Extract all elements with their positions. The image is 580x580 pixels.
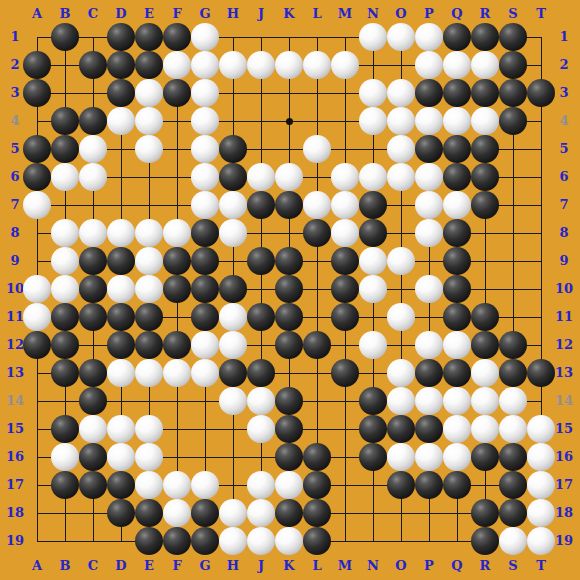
white-stone-E8 bbox=[135, 219, 163, 247]
black-stone-D9 bbox=[107, 247, 135, 275]
white-stone-R2 bbox=[471, 51, 499, 79]
coord-label-bottom: O bbox=[388, 558, 414, 574]
white-stone-Q16 bbox=[443, 443, 471, 471]
white-stone-F2 bbox=[163, 51, 191, 79]
black-stone-Q11 bbox=[443, 303, 471, 331]
coord-label-right: 12 bbox=[551, 337, 577, 353]
black-stone-C17 bbox=[79, 471, 107, 499]
white-stone-P10 bbox=[415, 275, 443, 303]
white-stone-F13 bbox=[163, 359, 191, 387]
white-stone-J6 bbox=[247, 163, 275, 191]
black-stone-R1 bbox=[471, 23, 499, 51]
white-stone-K6 bbox=[275, 163, 303, 191]
black-stone-A12 bbox=[23, 331, 51, 359]
coord-label-right: 7 bbox=[551, 197, 577, 213]
black-stone-L19 bbox=[303, 527, 331, 555]
coord-label-bottom: R bbox=[472, 558, 498, 574]
coord-label-left: 9 bbox=[2, 253, 28, 269]
black-stone-F10 bbox=[163, 275, 191, 303]
white-stone-E15 bbox=[135, 415, 163, 443]
white-stone-P2 bbox=[415, 51, 443, 79]
coord-label-right: 11 bbox=[551, 309, 577, 325]
black-stone-G10 bbox=[191, 275, 219, 303]
white-stone-F8 bbox=[163, 219, 191, 247]
coord-label-top: B bbox=[52, 6, 78, 22]
black-stone-B17 bbox=[51, 471, 79, 499]
black-stone-A2 bbox=[23, 51, 51, 79]
black-stone-D11 bbox=[107, 303, 135, 331]
star-point bbox=[286, 118, 293, 125]
black-stone-B11 bbox=[51, 303, 79, 331]
white-stone-P6 bbox=[415, 163, 443, 191]
coord-label-left: 1 bbox=[2, 29, 28, 45]
black-stone-G11 bbox=[191, 303, 219, 331]
white-stone-O1 bbox=[387, 23, 415, 51]
coord-label-top: L bbox=[304, 6, 330, 22]
black-stone-K18 bbox=[275, 499, 303, 527]
black-stone-H13 bbox=[219, 359, 247, 387]
black-stone-R19 bbox=[471, 527, 499, 555]
white-stone-A10 bbox=[23, 275, 51, 303]
white-stone-D16 bbox=[107, 443, 135, 471]
white-stone-O6 bbox=[387, 163, 415, 191]
black-stone-S17 bbox=[499, 471, 527, 499]
white-stone-T16 bbox=[527, 443, 555, 471]
white-stone-C8 bbox=[79, 219, 107, 247]
black-stone-L18 bbox=[303, 499, 331, 527]
white-stone-E10 bbox=[135, 275, 163, 303]
coord-label-bottom: T bbox=[528, 558, 554, 574]
white-stone-B9 bbox=[51, 247, 79, 275]
white-stone-G6 bbox=[191, 163, 219, 191]
coord-label-left: 19 bbox=[2, 533, 28, 549]
black-stone-M9 bbox=[331, 247, 359, 275]
white-stone-J19 bbox=[247, 527, 275, 555]
coord-label-top: A bbox=[24, 6, 50, 22]
black-stone-C13 bbox=[79, 359, 107, 387]
black-stone-G8 bbox=[191, 219, 219, 247]
black-stone-L17 bbox=[303, 471, 331, 499]
black-stone-L8 bbox=[303, 219, 331, 247]
black-stone-Q6 bbox=[443, 163, 471, 191]
black-stone-Q10 bbox=[443, 275, 471, 303]
white-stone-B6 bbox=[51, 163, 79, 191]
white-stone-E5 bbox=[135, 135, 163, 163]
white-stone-J17 bbox=[247, 471, 275, 499]
black-stone-C10 bbox=[79, 275, 107, 303]
black-stone-K12 bbox=[275, 331, 303, 359]
white-stone-D8 bbox=[107, 219, 135, 247]
white-stone-B10 bbox=[51, 275, 79, 303]
coord-label-top: H bbox=[220, 6, 246, 22]
coord-label-top: Q bbox=[444, 6, 470, 22]
coord-label-left: 8 bbox=[2, 225, 28, 241]
white-stone-Q2 bbox=[443, 51, 471, 79]
white-stone-B8 bbox=[51, 219, 79, 247]
black-stone-D17 bbox=[107, 471, 135, 499]
black-stone-K16 bbox=[275, 443, 303, 471]
white-stone-N4 bbox=[359, 107, 387, 135]
black-stone-G9 bbox=[191, 247, 219, 275]
black-stone-C14 bbox=[79, 387, 107, 415]
white-stone-E16 bbox=[135, 443, 163, 471]
grid-line-vertical bbox=[261, 37, 262, 542]
white-stone-P12 bbox=[415, 331, 443, 359]
black-stone-N8 bbox=[359, 219, 387, 247]
black-stone-A3 bbox=[23, 79, 51, 107]
black-stone-N15 bbox=[359, 415, 387, 443]
white-stone-G5 bbox=[191, 135, 219, 163]
black-stone-P13 bbox=[415, 359, 443, 387]
white-stone-O11 bbox=[387, 303, 415, 331]
white-stone-A11 bbox=[23, 303, 51, 331]
coord-label-left: 16 bbox=[2, 449, 28, 465]
white-stone-P1 bbox=[415, 23, 443, 51]
coord-label-top: N bbox=[360, 6, 386, 22]
black-stone-Q13 bbox=[443, 359, 471, 387]
black-stone-E1 bbox=[135, 23, 163, 51]
black-stone-Q1 bbox=[443, 23, 471, 51]
white-stone-N1 bbox=[359, 23, 387, 51]
black-stone-C16 bbox=[79, 443, 107, 471]
white-stone-C6 bbox=[79, 163, 107, 191]
black-stone-F9 bbox=[163, 247, 191, 275]
white-stone-Q7 bbox=[443, 191, 471, 219]
white-stone-C15 bbox=[79, 415, 107, 443]
coord-label-bottom: J bbox=[248, 558, 274, 574]
coord-label-left: 4 bbox=[2, 113, 28, 129]
coord-label-right: 9 bbox=[551, 253, 577, 269]
coord-label-bottom: N bbox=[360, 558, 386, 574]
black-stone-K9 bbox=[275, 247, 303, 275]
white-stone-K17 bbox=[275, 471, 303, 499]
coord-label-bottom: K bbox=[276, 558, 302, 574]
black-stone-F3 bbox=[163, 79, 191, 107]
black-stone-O15 bbox=[387, 415, 415, 443]
white-stone-L7 bbox=[303, 191, 331, 219]
black-stone-D1 bbox=[107, 23, 135, 51]
coord-label-left: 13 bbox=[2, 365, 28, 381]
coord-label-bottom: L bbox=[304, 558, 330, 574]
coord-label-bottom: F bbox=[164, 558, 190, 574]
black-stone-K14 bbox=[275, 387, 303, 415]
black-stone-K11 bbox=[275, 303, 303, 331]
coord-label-bottom: S bbox=[500, 558, 526, 574]
black-stone-S16 bbox=[499, 443, 527, 471]
black-stone-S18 bbox=[499, 499, 527, 527]
black-stone-D3 bbox=[107, 79, 135, 107]
white-stone-A7 bbox=[23, 191, 51, 219]
black-stone-P17 bbox=[415, 471, 443, 499]
white-stone-N3 bbox=[359, 79, 387, 107]
black-stone-Q8 bbox=[443, 219, 471, 247]
black-stone-J11 bbox=[247, 303, 275, 331]
black-stone-S13 bbox=[499, 359, 527, 387]
white-stone-G2 bbox=[191, 51, 219, 79]
coord-label-top: T bbox=[528, 6, 554, 22]
black-stone-N14 bbox=[359, 387, 387, 415]
black-stone-N16 bbox=[359, 443, 387, 471]
black-stone-L12 bbox=[303, 331, 331, 359]
black-stone-C11 bbox=[79, 303, 107, 331]
white-stone-O16 bbox=[387, 443, 415, 471]
black-stone-S4 bbox=[499, 107, 527, 135]
coord-label-right: 4 bbox=[551, 113, 577, 129]
coord-label-bottom: Q bbox=[444, 558, 470, 574]
white-stone-D4 bbox=[107, 107, 135, 135]
white-stone-Q12 bbox=[443, 331, 471, 359]
black-stone-T13 bbox=[527, 359, 555, 387]
white-stone-G13 bbox=[191, 359, 219, 387]
white-stone-C5 bbox=[79, 135, 107, 163]
coord-label-bottom: M bbox=[332, 558, 358, 574]
black-stone-R16 bbox=[471, 443, 499, 471]
black-stone-J9 bbox=[247, 247, 275, 275]
white-stone-P4 bbox=[415, 107, 443, 135]
white-stone-L5 bbox=[303, 135, 331, 163]
white-stone-D10 bbox=[107, 275, 135, 303]
coord-label-right: 6 bbox=[551, 169, 577, 185]
black-stone-H10 bbox=[219, 275, 247, 303]
white-stone-J18 bbox=[247, 499, 275, 527]
white-stone-G12 bbox=[191, 331, 219, 359]
coord-label-bottom: H bbox=[220, 558, 246, 574]
white-stone-Q4 bbox=[443, 107, 471, 135]
black-stone-S3 bbox=[499, 79, 527, 107]
coord-label-top: D bbox=[108, 6, 134, 22]
white-stone-S15 bbox=[499, 415, 527, 443]
white-stone-T17 bbox=[527, 471, 555, 499]
white-stone-H7 bbox=[219, 191, 247, 219]
black-stone-H6 bbox=[219, 163, 247, 191]
coord-label-right: 1 bbox=[551, 29, 577, 45]
white-stone-P16 bbox=[415, 443, 443, 471]
black-stone-R12 bbox=[471, 331, 499, 359]
coord-label-bottom: A bbox=[24, 558, 50, 574]
white-stone-E3 bbox=[135, 79, 163, 107]
black-stone-F19 bbox=[163, 527, 191, 555]
coord-label-bottom: E bbox=[136, 558, 162, 574]
black-stone-E12 bbox=[135, 331, 163, 359]
coord-label-right: 14 bbox=[551, 393, 577, 409]
white-stone-O9 bbox=[387, 247, 415, 275]
coord-label-left: 18 bbox=[2, 505, 28, 521]
black-stone-C4 bbox=[79, 107, 107, 135]
white-stone-G7 bbox=[191, 191, 219, 219]
coord-label-top: J bbox=[248, 6, 274, 22]
black-stone-R6 bbox=[471, 163, 499, 191]
white-stone-H14 bbox=[219, 387, 247, 415]
white-stone-M6 bbox=[331, 163, 359, 191]
coord-label-top: M bbox=[332, 6, 358, 22]
black-stone-O17 bbox=[387, 471, 415, 499]
white-stone-G17 bbox=[191, 471, 219, 499]
coord-label-bottom: C bbox=[80, 558, 106, 574]
white-stone-K19 bbox=[275, 527, 303, 555]
black-stone-S12 bbox=[499, 331, 527, 359]
black-stone-H5 bbox=[219, 135, 247, 163]
white-stone-F17 bbox=[163, 471, 191, 499]
black-stone-D18 bbox=[107, 499, 135, 527]
white-stone-E17 bbox=[135, 471, 163, 499]
white-stone-P7 bbox=[415, 191, 443, 219]
white-stone-M8 bbox=[331, 219, 359, 247]
white-stone-H12 bbox=[219, 331, 247, 359]
white-stone-O13 bbox=[387, 359, 415, 387]
white-stone-H18 bbox=[219, 499, 247, 527]
white-stone-O4 bbox=[387, 107, 415, 135]
black-stone-P5 bbox=[415, 135, 443, 163]
black-stone-K15 bbox=[275, 415, 303, 443]
coord-label-left: 14 bbox=[2, 393, 28, 409]
white-stone-D13 bbox=[107, 359, 135, 387]
coord-label-top: G bbox=[192, 6, 218, 22]
white-stone-G1 bbox=[191, 23, 219, 51]
white-stone-J14 bbox=[247, 387, 275, 415]
coord-label-bottom: B bbox=[52, 558, 78, 574]
black-stone-B5 bbox=[51, 135, 79, 163]
black-stone-J13 bbox=[247, 359, 275, 387]
black-stone-G18 bbox=[191, 499, 219, 527]
white-stone-B16 bbox=[51, 443, 79, 471]
black-stone-F12 bbox=[163, 331, 191, 359]
black-stone-P15 bbox=[415, 415, 443, 443]
white-stone-K2 bbox=[275, 51, 303, 79]
white-stone-N6 bbox=[359, 163, 387, 191]
coord-label-top: K bbox=[276, 6, 302, 22]
coord-label-right: 10 bbox=[551, 281, 577, 297]
black-stone-B4 bbox=[51, 107, 79, 135]
black-stone-R11 bbox=[471, 303, 499, 331]
white-stone-O14 bbox=[387, 387, 415, 415]
black-stone-P3 bbox=[415, 79, 443, 107]
black-stone-A5 bbox=[23, 135, 51, 163]
black-stone-B15 bbox=[51, 415, 79, 443]
white-stone-P8 bbox=[415, 219, 443, 247]
coord-label-left: 17 bbox=[2, 477, 28, 493]
coord-label-top: C bbox=[80, 6, 106, 22]
go-board[interactable]: AABBCCDDEEFFGGHHJJKKLLMMNNOOPPQQRRSSTT11… bbox=[0, 0, 580, 580]
coord-label-left: 15 bbox=[2, 421, 28, 437]
white-stone-E4 bbox=[135, 107, 163, 135]
black-stone-Q17 bbox=[443, 471, 471, 499]
black-stone-G19 bbox=[191, 527, 219, 555]
black-stone-M11 bbox=[331, 303, 359, 331]
coord-label-bottom: P bbox=[416, 558, 442, 574]
black-stone-E19 bbox=[135, 527, 163, 555]
black-stone-E2 bbox=[135, 51, 163, 79]
black-stone-F1 bbox=[163, 23, 191, 51]
white-stone-H19 bbox=[219, 527, 247, 555]
white-stone-R15 bbox=[471, 415, 499, 443]
black-stone-R18 bbox=[471, 499, 499, 527]
black-stone-R3 bbox=[471, 79, 499, 107]
white-stone-M7 bbox=[331, 191, 359, 219]
white-stone-H8 bbox=[219, 219, 247, 247]
coord-label-top: R bbox=[472, 6, 498, 22]
white-stone-Q14 bbox=[443, 387, 471, 415]
white-stone-N10 bbox=[359, 275, 387, 303]
white-stone-E13 bbox=[135, 359, 163, 387]
coord-label-bottom: D bbox=[108, 558, 134, 574]
white-stone-N9 bbox=[359, 247, 387, 275]
white-stone-L2 bbox=[303, 51, 331, 79]
coord-label-right: 8 bbox=[551, 225, 577, 241]
coord-label-top: E bbox=[136, 6, 162, 22]
black-stone-B13 bbox=[51, 359, 79, 387]
white-stone-T15 bbox=[527, 415, 555, 443]
white-stone-R13 bbox=[471, 359, 499, 387]
white-stone-S14 bbox=[499, 387, 527, 415]
white-stone-J15 bbox=[247, 415, 275, 443]
black-stone-B12 bbox=[51, 331, 79, 359]
black-stone-N7 bbox=[359, 191, 387, 219]
black-stone-Q3 bbox=[443, 79, 471, 107]
coord-label-top: P bbox=[416, 6, 442, 22]
black-stone-M13 bbox=[331, 359, 359, 387]
white-stone-Q15 bbox=[443, 415, 471, 443]
black-stone-T3 bbox=[527, 79, 555, 107]
black-stone-K7 bbox=[275, 191, 303, 219]
white-stone-G4 bbox=[191, 107, 219, 135]
coord-label-top: S bbox=[500, 6, 526, 22]
black-stone-S1 bbox=[499, 23, 527, 51]
black-stone-E11 bbox=[135, 303, 163, 331]
coord-label-bottom: G bbox=[192, 558, 218, 574]
black-stone-C9 bbox=[79, 247, 107, 275]
black-stone-R7 bbox=[471, 191, 499, 219]
black-stone-K10 bbox=[275, 275, 303, 303]
white-stone-O5 bbox=[387, 135, 415, 163]
black-stone-J7 bbox=[247, 191, 275, 219]
white-stone-T18 bbox=[527, 499, 555, 527]
black-stone-Q9 bbox=[443, 247, 471, 275]
black-stone-B1 bbox=[51, 23, 79, 51]
white-stone-T19 bbox=[527, 527, 555, 555]
white-stone-O3 bbox=[387, 79, 415, 107]
black-stone-D12 bbox=[107, 331, 135, 359]
coord-label-right: 5 bbox=[551, 141, 577, 157]
black-stone-M10 bbox=[331, 275, 359, 303]
white-stone-G3 bbox=[191, 79, 219, 107]
white-stone-E9 bbox=[135, 247, 163, 275]
white-stone-D15 bbox=[107, 415, 135, 443]
black-stone-R5 bbox=[471, 135, 499, 163]
black-stone-Q5 bbox=[443, 135, 471, 163]
white-stone-H11 bbox=[219, 303, 247, 331]
white-stone-S19 bbox=[499, 527, 527, 555]
black-stone-L16 bbox=[303, 443, 331, 471]
coord-label-top: O bbox=[388, 6, 414, 22]
white-stone-R14 bbox=[471, 387, 499, 415]
white-stone-J2 bbox=[247, 51, 275, 79]
white-stone-M2 bbox=[331, 51, 359, 79]
black-stone-C2 bbox=[79, 51, 107, 79]
white-stone-F18 bbox=[163, 499, 191, 527]
black-stone-A6 bbox=[23, 163, 51, 191]
coord-label-right: 2 bbox=[551, 57, 577, 73]
black-stone-S2 bbox=[499, 51, 527, 79]
white-stone-P14 bbox=[415, 387, 443, 415]
white-stone-R4 bbox=[471, 107, 499, 135]
white-stone-N12 bbox=[359, 331, 387, 359]
black-stone-E18 bbox=[135, 499, 163, 527]
black-stone-D2 bbox=[107, 51, 135, 79]
white-stone-H2 bbox=[219, 51, 247, 79]
coord-label-top: F bbox=[164, 6, 190, 22]
